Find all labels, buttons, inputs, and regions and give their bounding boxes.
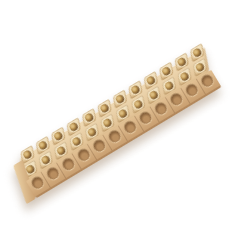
wire-entry-hole: [92, 138, 107, 153]
wire-entry-hole: [200, 73, 215, 88]
wire-entry-hole: [169, 92, 184, 107]
screw-hole: [164, 80, 175, 91]
screw-hole: [102, 117, 113, 128]
wire-entry-hole: [123, 120, 138, 135]
screw-hole: [56, 145, 67, 156]
wire-entry-hole: [138, 110, 153, 125]
strip-top-perspective: [18, 42, 209, 182]
product-photo-canvas: [0, 0, 240, 240]
wire-entry-hole: [185, 82, 200, 97]
wire-entry-hole: [45, 166, 60, 181]
screw-hole: [133, 99, 144, 110]
wire-entry-hole: [154, 101, 169, 116]
screw-hole: [117, 108, 128, 119]
wire-entry-hole: [107, 129, 122, 144]
strip-top-face: [18, 42, 218, 177]
screw-row-front: [18, 42, 209, 182]
screw-hole: [71, 136, 82, 147]
wire-entry-hole: [30, 176, 45, 191]
screw-hole: [194, 62, 205, 73]
screw-hole: [40, 154, 51, 165]
screw-hole: [148, 90, 159, 101]
wire-entry-hole: [61, 157, 76, 172]
terminal-strip: [12, 42, 229, 199]
wire-entry-hole: [76, 148, 91, 163]
screw-hole: [86, 127, 97, 138]
screw-hole: [179, 71, 190, 82]
